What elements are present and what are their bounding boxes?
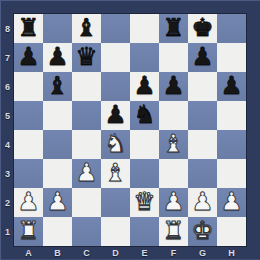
piece-black-bishop-c8: ♝ xyxy=(72,14,101,43)
piece-black-rook-f8: ♜ xyxy=(159,14,188,43)
square-d7[interactable] xyxy=(101,43,130,72)
file-label-b: B xyxy=(43,246,72,260)
square-h3[interactable] xyxy=(217,159,246,188)
piece-white-knight-d4: ♞ xyxy=(101,130,130,159)
square-a6[interactable] xyxy=(14,72,43,101)
square-g6[interactable] xyxy=(188,72,217,101)
square-c6[interactable] xyxy=(72,72,101,101)
square-c2[interactable] xyxy=(72,188,101,217)
rank-label-6: 6 xyxy=(1,72,14,101)
square-e8[interactable] xyxy=(130,14,159,43)
square-h2[interactable]: ♟ xyxy=(217,188,246,217)
square-c1[interactable] xyxy=(72,217,101,246)
square-c4[interactable] xyxy=(72,130,101,159)
rank-labels: 87654321 xyxy=(1,14,14,246)
square-a8[interactable]: ♜ xyxy=(14,14,43,43)
rank-label-8: 8 xyxy=(1,14,14,43)
rank-label-4: 4 xyxy=(1,130,14,159)
square-b3[interactable] xyxy=(43,159,72,188)
piece-white-pawn-a2: ♟ xyxy=(14,188,43,217)
piece-white-pawn-h2: ♟ xyxy=(217,188,246,217)
square-d1[interactable] xyxy=(101,217,130,246)
file-label-d: D xyxy=(101,246,130,260)
square-h6[interactable]: ♟ xyxy=(217,72,246,101)
rank-label-1: 1 xyxy=(1,217,14,246)
square-b6[interactable]: ♝ xyxy=(43,72,72,101)
piece-black-pawn-a7: ♟ xyxy=(14,43,43,72)
square-b1[interactable] xyxy=(43,217,72,246)
square-e1[interactable] xyxy=(130,217,159,246)
file-label-a: A xyxy=(14,246,43,260)
square-d3[interactable]: ♝ xyxy=(101,159,130,188)
piece-white-pawn-c3: ♟ xyxy=(72,159,101,188)
file-label-g: G xyxy=(188,246,217,260)
square-c8[interactable]: ♝ xyxy=(72,14,101,43)
piece-white-king-g1: ♚ xyxy=(188,217,217,246)
square-b5[interactable] xyxy=(43,101,72,130)
square-b4[interactable] xyxy=(43,130,72,159)
square-c5[interactable] xyxy=(72,101,101,130)
square-g2[interactable]: ♟ xyxy=(188,188,217,217)
square-d8[interactable] xyxy=(101,14,130,43)
piece-white-pawn-g2: ♟ xyxy=(188,188,217,217)
square-h1[interactable] xyxy=(217,217,246,246)
square-h5[interactable] xyxy=(217,101,246,130)
piece-white-bishop-d3: ♝ xyxy=(101,159,130,188)
file-labels: ABCDEFGH xyxy=(14,246,246,260)
piece-white-queen-e2: ♛ xyxy=(130,188,159,217)
square-e2[interactable]: ♛ xyxy=(130,188,159,217)
square-h4[interactable] xyxy=(217,130,246,159)
file-label-e: E xyxy=(130,246,159,260)
square-f8[interactable]: ♜ xyxy=(159,14,188,43)
piece-black-knight-e5: ♞ xyxy=(130,101,159,130)
square-g1[interactable]: ♚ xyxy=(188,217,217,246)
piece-black-pawn-e6: ♟ xyxy=(130,72,159,101)
square-a5[interactable] xyxy=(14,101,43,130)
square-a7[interactable]: ♟ xyxy=(14,43,43,72)
rank-label-5: 5 xyxy=(1,101,14,130)
chess-diagram-window: 87654321 ♜♝♜♚♟♟♛♟♝♟♟♟♟♞♞♝♟♝♟♟♛♟♟♟♜♜♚ ABC… xyxy=(0,0,260,260)
square-d2[interactable] xyxy=(101,188,130,217)
piece-white-rook-a1: ♜ xyxy=(14,217,43,246)
square-b8[interactable] xyxy=(43,14,72,43)
piece-white-rook-f1: ♜ xyxy=(159,217,188,246)
square-a1[interactable]: ♜ xyxy=(14,217,43,246)
piece-black-pawn-g7: ♟ xyxy=(188,43,217,72)
square-g8[interactable]: ♚ xyxy=(188,14,217,43)
file-label-f: F xyxy=(159,246,188,260)
piece-black-rook-a8: ♜ xyxy=(14,14,43,43)
square-f6[interactable]: ♟ xyxy=(159,72,188,101)
square-e5[interactable]: ♞ xyxy=(130,101,159,130)
square-g7[interactable]: ♟ xyxy=(188,43,217,72)
square-e7[interactable] xyxy=(130,43,159,72)
square-e4[interactable] xyxy=(130,130,159,159)
piece-black-pawn-d5: ♟ xyxy=(101,101,130,130)
square-c7[interactable]: ♛ xyxy=(72,43,101,72)
square-f4[interactable]: ♝ xyxy=(159,130,188,159)
square-d4[interactable]: ♞ xyxy=(101,130,130,159)
square-h7[interactable] xyxy=(217,43,246,72)
piece-black-pawn-h6: ♟ xyxy=(217,72,246,101)
file-label-h: H xyxy=(217,246,246,260)
square-b2[interactable]: ♟ xyxy=(43,188,72,217)
square-e3[interactable] xyxy=(130,159,159,188)
piece-white-pawn-f2: ♟ xyxy=(159,188,188,217)
rank-label-7: 7 xyxy=(1,43,14,72)
square-f2[interactable]: ♟ xyxy=(159,188,188,217)
square-c3[interactable]: ♟ xyxy=(72,159,101,188)
chess-board: ♜♝♜♚♟♟♛♟♝♟♟♟♟♞♞♝♟♝♟♟♛♟♟♟♜♜♚ xyxy=(14,14,246,246)
piece-white-pawn-b2: ♟ xyxy=(43,188,72,217)
square-f1[interactable]: ♜ xyxy=(159,217,188,246)
square-e6[interactable]: ♟ xyxy=(130,72,159,101)
square-h8[interactable] xyxy=(217,14,246,43)
piece-black-bishop-b6: ♝ xyxy=(43,72,72,101)
square-f5[interactable] xyxy=(159,101,188,130)
square-a2[interactable]: ♟ xyxy=(14,188,43,217)
piece-black-pawn-f6: ♟ xyxy=(159,72,188,101)
square-g3[interactable] xyxy=(188,159,217,188)
rank-label-2: 2 xyxy=(1,188,14,217)
file-label-c: C xyxy=(72,246,101,260)
square-f3[interactable] xyxy=(159,159,188,188)
piece-white-bishop-f4: ♝ xyxy=(159,130,188,159)
square-g4[interactable] xyxy=(188,130,217,159)
square-a4[interactable] xyxy=(14,130,43,159)
rank-label-3: 3 xyxy=(1,159,14,188)
square-d6[interactable] xyxy=(101,72,130,101)
square-f7[interactable] xyxy=(159,43,188,72)
square-a3[interactable] xyxy=(14,159,43,188)
square-d5[interactable]: ♟ xyxy=(101,101,130,130)
square-g5[interactable] xyxy=(188,101,217,130)
square-b7[interactable]: ♟ xyxy=(43,43,72,72)
piece-black-king-g8: ♚ xyxy=(188,14,217,43)
piece-black-queen-c7: ♛ xyxy=(72,43,101,72)
piece-black-pawn-b7: ♟ xyxy=(43,43,72,72)
